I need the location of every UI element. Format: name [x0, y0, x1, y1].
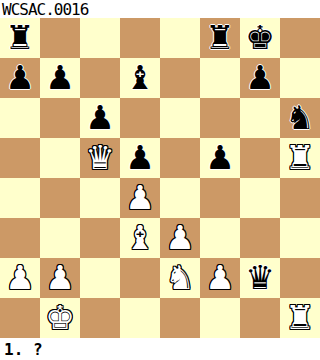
square-f6[interactable]: [200, 98, 240, 138]
square-b7[interactable]: ♟: [40, 58, 80, 98]
square-g2[interactable]: ♛: [240, 258, 280, 298]
white-queen-icon: ♛: [80, 138, 120, 178]
square-a8[interactable]: ♜: [0, 18, 40, 58]
square-c4[interactable]: [80, 178, 120, 218]
square-e1[interactable]: [160, 298, 200, 338]
square-c1[interactable]: [80, 298, 120, 338]
square-d5[interactable]: ♟: [120, 138, 160, 178]
white-pawn-icon: ♟: [160, 218, 200, 258]
white-pawn-icon: ♟: [120, 178, 160, 218]
square-h2[interactable]: [280, 258, 320, 298]
square-d3[interactable]: ♝: [120, 218, 160, 258]
square-d6[interactable]: [120, 98, 160, 138]
square-a4[interactable]: [0, 178, 40, 218]
square-b1[interactable]: ♚: [40, 298, 80, 338]
square-h5[interactable]: ♜: [280, 138, 320, 178]
square-h8[interactable]: [280, 18, 320, 58]
square-e8[interactable]: [160, 18, 200, 58]
white-rook-icon: ♜: [280, 138, 320, 178]
square-d2[interactable]: [120, 258, 160, 298]
square-h7[interactable]: [280, 58, 320, 98]
square-h4[interactable]: [280, 178, 320, 218]
square-e2[interactable]: ♞: [160, 258, 200, 298]
square-g5[interactable]: [240, 138, 280, 178]
square-e7[interactable]: [160, 58, 200, 98]
square-h3[interactable]: [280, 218, 320, 258]
square-g1[interactable]: [240, 298, 280, 338]
white-pawn-icon: ♟: [200, 258, 240, 298]
square-c7[interactable]: [80, 58, 120, 98]
black-queen-icon: ♛: [240, 258, 280, 298]
white-bishop-icon: ♝: [120, 218, 160, 258]
square-e5[interactable]: [160, 138, 200, 178]
square-f3[interactable]: [200, 218, 240, 258]
white-knight-icon: ♞: [160, 258, 200, 298]
square-d4[interactable]: ♟: [120, 178, 160, 218]
square-f2[interactable]: ♟: [200, 258, 240, 298]
black-pawn-icon: ♟: [120, 138, 160, 178]
square-c6[interactable]: ♟: [80, 98, 120, 138]
square-f4[interactable]: [200, 178, 240, 218]
square-b3[interactable]: [40, 218, 80, 258]
black-pawn-icon: ♟: [40, 58, 80, 98]
square-b8[interactable]: [40, 18, 80, 58]
white-pawn-icon: ♟: [40, 258, 80, 298]
black-king-icon: ♚: [240, 18, 280, 58]
chess-board: ♜♜♚♟♟♝♟♟♞♛♟♟♜♟♝♟♟♟♞♟♛♚♜: [0, 18, 320, 338]
square-a6[interactable]: [0, 98, 40, 138]
square-f5[interactable]: ♟: [200, 138, 240, 178]
square-a3[interactable]: [0, 218, 40, 258]
black-pawn-icon: ♟: [240, 58, 280, 98]
black-rook-icon: ♜: [0, 18, 40, 58]
square-h1[interactable]: ♜: [280, 298, 320, 338]
black-rook-icon: ♜: [200, 18, 240, 58]
square-d7[interactable]: ♝: [120, 58, 160, 98]
square-g7[interactable]: ♟: [240, 58, 280, 98]
square-b2[interactable]: ♟: [40, 258, 80, 298]
square-c5[interactable]: ♛: [80, 138, 120, 178]
square-b5[interactable]: [40, 138, 80, 178]
square-h6[interactable]: ♞: [280, 98, 320, 138]
black-knight-icon: ♞: [280, 98, 320, 138]
square-a2[interactable]: ♟: [0, 258, 40, 298]
square-g3[interactable]: [240, 218, 280, 258]
square-d8[interactable]: [120, 18, 160, 58]
square-e3[interactable]: ♟: [160, 218, 200, 258]
square-g8[interactable]: ♚: [240, 18, 280, 58]
square-b6[interactable]: [40, 98, 80, 138]
square-a1[interactable]: [0, 298, 40, 338]
puzzle-id: WCSAC.0016: [0, 0, 320, 18]
square-c2[interactable]: [80, 258, 120, 298]
square-g4[interactable]: [240, 178, 280, 218]
square-a5[interactable]: [0, 138, 40, 178]
white-rook-icon: ♜: [280, 298, 320, 338]
square-c3[interactable]: [80, 218, 120, 258]
square-d1[interactable]: [120, 298, 160, 338]
square-g6[interactable]: [240, 98, 280, 138]
square-c8[interactable]: [80, 18, 120, 58]
black-pawn-icon: ♟: [200, 138, 240, 178]
black-pawn-icon: ♟: [0, 58, 40, 98]
square-e4[interactable]: [160, 178, 200, 218]
white-king-icon: ♚: [40, 298, 80, 338]
square-f8[interactable]: ♜: [200, 18, 240, 58]
white-pawn-icon: ♟: [0, 258, 40, 298]
black-pawn-icon: ♟: [80, 98, 120, 138]
move-prompt: 1. ?: [0, 338, 320, 360]
square-b4[interactable]: [40, 178, 80, 218]
square-e6[interactable]: [160, 98, 200, 138]
square-f1[interactable]: [200, 298, 240, 338]
black-bishop-icon: ♝: [120, 58, 160, 98]
square-a7[interactable]: ♟: [0, 58, 40, 98]
chess-app: WCSAC.0016 ♜♜♚♟♟♝♟♟♞♛♟♟♜♟♝♟♟♟♞♟♛♚♜ 1. ?: [0, 0, 320, 360]
square-f7[interactable]: [200, 58, 240, 98]
